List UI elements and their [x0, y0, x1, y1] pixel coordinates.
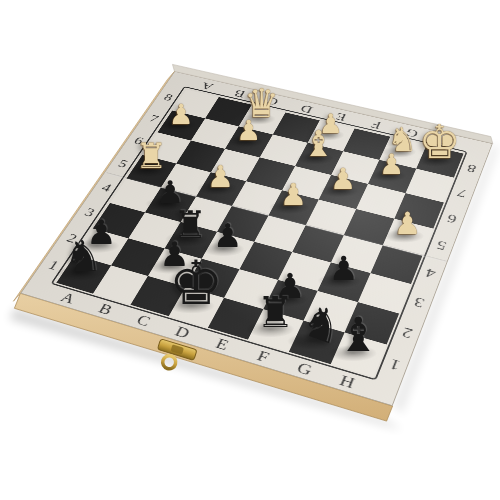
white-pawn-glyph: ♟: [207, 162, 234, 192]
white-pawn-glyph: ♟: [280, 180, 307, 210]
black-rook-glyph: ♜: [257, 292, 295, 334]
white-rook-glyph: ♜: [135, 140, 166, 175]
piece-white-pawn-c7[interactable]: ♟: [249, 141, 274, 169]
piece-white-pawn-h5[interactable]: ♟: [408, 236, 436, 267]
piece-black-bishop-h1[interactable]: ♝: [358, 353, 401, 400]
piece-black-knight-a1[interactable]: ♞: [83, 273, 122, 316]
white-king-glyph: ♚: [419, 120, 461, 167]
piece-white-pawn-e5[interactable]: ♟: [293, 207, 320, 237]
black-knight-glyph: ♞: [64, 235, 103, 278]
piece-white-king-h8[interactable]: ♚: [439, 160, 481, 207]
white-bishop-glyph: ♝: [303, 126, 335, 162]
piece-black-pawn-d3[interactable]: ♟: [228, 249, 257, 282]
white-pawn-glyph: ♟: [169, 100, 194, 128]
white-pawn-glyph: ♟: [394, 209, 422, 240]
white-pawn-glyph: ♟: [236, 117, 261, 145]
piece-white-pawn-f6[interactable]: ♟: [343, 191, 369, 220]
piece-white-pawn-a7[interactable]: ♟: [181, 125, 206, 153]
white-pawn-glyph: ♟: [330, 165, 356, 194]
piece-white-pawn-c5[interactable]: ♟: [221, 188, 248, 218]
product-photo-stage: AABBCCDDEEFFGGHH1122334455667788 ♛♟♟♟♞♝♚…: [0, 0, 500, 500]
pieces-layer: ♛♟♟♟♞♝♚♜♟♟♟♟♟♟♜♟♟♟♞♟♟♚♜♞♝: [0, 0, 500, 500]
black-king-glyph: ♚: [169, 252, 224, 313]
white-pawn-glyph: ♟: [379, 151, 404, 179]
black-pawn-glyph: ♟: [329, 252, 359, 285]
piece-black-king-d1[interactable]: ♚: [196, 306, 251, 367]
black-bishop-glyph: ♝: [337, 312, 380, 359]
piece-white-pawn-g7[interactable]: ♟: [392, 176, 417, 204]
